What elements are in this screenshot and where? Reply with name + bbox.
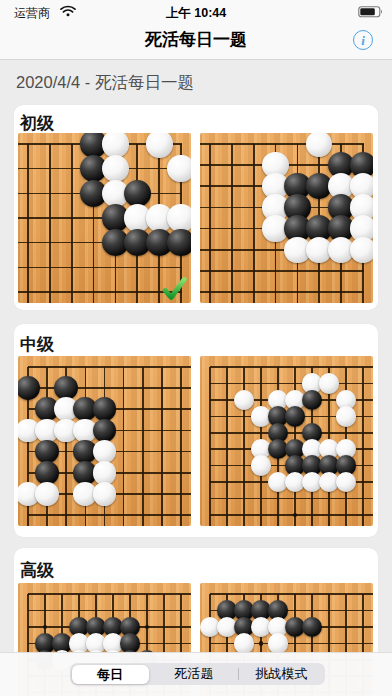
info-button[interactable]: i — [353, 30, 373, 50]
grid-line — [231, 144, 233, 303]
white-stone — [167, 204, 191, 231]
section-label-intermediate: 中级 — [20, 333, 54, 356]
grid-line — [123, 367, 125, 526]
star-point — [293, 513, 298, 518]
black-stone — [302, 617, 323, 638]
black-stone — [124, 180, 151, 207]
top-chrome: 运营商 上午 10:44 死活每日一题 i — [0, 0, 392, 60]
white-stone — [336, 472, 357, 493]
black-stone — [35, 440, 59, 464]
white-stone — [319, 373, 340, 394]
black-stone — [302, 390, 323, 411]
black-stone — [93, 397, 117, 421]
white-stone — [102, 155, 129, 182]
grid-line — [210, 514, 373, 516]
tab-problems[interactable]: 死活题 — [150, 663, 238, 685]
grid-line — [210, 383, 373, 385]
puzzle-board-intermediate-2[interactable] — [200, 356, 373, 526]
black-stone — [18, 376, 40, 400]
star-point — [43, 625, 48, 630]
star-point — [145, 625, 150, 630]
section-label-advanced: 高级 — [20, 559, 54, 582]
grid-line — [210, 593, 373, 595]
white-stone — [93, 482, 117, 506]
puzzle-board-intermediate-1[interactable] — [18, 356, 191, 526]
grid-line — [210, 498, 373, 500]
black-stone — [93, 419, 117, 443]
grid-line — [209, 367, 211, 526]
section-label-beginner: 初级 — [20, 112, 54, 135]
grid-line — [362, 367, 364, 526]
black-stone — [167, 229, 191, 256]
grid-line — [28, 514, 191, 516]
white-stone — [251, 455, 272, 476]
white-stone — [93, 440, 117, 464]
white-stone — [167, 155, 191, 182]
puzzle-board-beginner-1[interactable] — [18, 133, 191, 303]
grid-line — [28, 387, 191, 389]
white-stone — [35, 482, 59, 506]
tab-daily[interactable]: 每日 — [72, 665, 149, 684]
white-stone — [336, 406, 357, 427]
solved-checkmark-icon — [160, 274, 188, 302]
grid-line — [180, 367, 182, 526]
grid-line — [209, 144, 211, 303]
section-card-beginner: 初级 — [14, 105, 378, 310]
date-header: 2020/4/4 - 死活每日一题 — [16, 60, 376, 103]
white-stone — [234, 633, 255, 654]
segmented-control: 每日 死活题 挑战模式 — [70, 663, 325, 685]
tab-challenge-mode[interactable]: 挑战模式 — [238, 663, 325, 685]
grid-line — [28, 593, 191, 595]
white-stone — [234, 390, 255, 411]
info-icon: i — [361, 33, 365, 48]
grid-line — [27, 144, 29, 303]
grid-line — [28, 610, 191, 612]
puzzle-board-beginner-2[interactable] — [200, 133, 373, 303]
grid-line — [161, 367, 163, 526]
battery-icon — [358, 6, 384, 18]
grid-line — [253, 144, 255, 303]
white-stone — [102, 133, 129, 158]
grid-line — [226, 367, 228, 526]
grid-line — [49, 144, 51, 303]
white-stone — [268, 633, 289, 654]
black-stone — [285, 406, 306, 427]
grid-line — [142, 367, 144, 526]
tab-bar: 每日 死活题 挑战模式 — [0, 652, 392, 696]
star-point — [259, 641, 264, 646]
grid-line — [71, 144, 73, 303]
grid-line — [210, 432, 373, 434]
white-stone — [146, 133, 173, 158]
section-card-intermediate: 中级 — [14, 324, 378, 537]
white-stone — [306, 133, 332, 157]
page-title: 死活每日一题 — [0, 28, 392, 51]
clock: 上午 10:44 — [0, 5, 392, 22]
white-stone — [350, 237, 373, 263]
grid-line — [210, 366, 373, 368]
grid-line — [28, 366, 191, 368]
segment-divider — [238, 668, 239, 680]
